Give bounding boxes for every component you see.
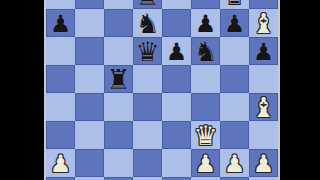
piece-white-pawn[interactable]: ♟: [224, 150, 246, 178]
piece-black-king[interactable]: ♚: [222, 0, 246, 10]
chess-board-frame: ♜♚♟♞♟♟♝♛♟♞♟♜♝♛♟♟♟♟: [44, 0, 280, 180]
square-e7[interactable]: [162, 9, 191, 37]
square-a7[interactable]: ♟: [46, 9, 75, 37]
piece-black-knight[interactable]: ♞: [193, 38, 217, 66]
pillarbox-left: [0, 0, 44, 180]
piece-black-pawn[interactable]: ♟: [253, 38, 275, 66]
square-e5[interactable]: [162, 65, 191, 93]
piece-black-rook[interactable]: ♜: [106, 66, 130, 94]
square-h6[interactable]: ♟: [249, 37, 278, 65]
square-d2[interactable]: [133, 149, 162, 177]
square-b2[interactable]: [75, 149, 104, 177]
square-g7[interactable]: ♟: [220, 9, 249, 37]
square-f7[interactable]: ♟: [191, 9, 220, 37]
square-b8[interactable]: [75, 0, 104, 9]
chess-board: ♜♚♟♞♟♟♝♛♟♞♟♜♝♛♟♟♟♟: [46, 0, 278, 180]
square-b3[interactable]: [75, 121, 104, 149]
square-f5[interactable]: [191, 65, 220, 93]
square-a3[interactable]: [46, 121, 75, 149]
square-e8[interactable]: [162, 0, 191, 9]
square-h2[interactable]: ♟: [249, 149, 278, 177]
square-c3[interactable]: [104, 121, 133, 149]
square-g5[interactable]: [220, 65, 249, 93]
square-b4[interactable]: [75, 93, 104, 121]
square-b1[interactable]: [75, 177, 104, 180]
square-g4[interactable]: [220, 93, 249, 121]
square-e3[interactable]: [162, 121, 191, 149]
square-c7[interactable]: [104, 9, 133, 37]
square-c2[interactable]: [104, 149, 133, 177]
square-g8[interactable]: ♚: [220, 0, 249, 9]
square-a6[interactable]: [46, 37, 75, 65]
square-f4[interactable]: [191, 93, 220, 121]
piece-black-pawn[interactable]: ♟: [50, 10, 72, 38]
square-f2[interactable]: ♟: [191, 149, 220, 177]
square-d5[interactable]: [133, 65, 162, 93]
square-c8[interactable]: [104, 0, 133, 9]
square-d6[interactable]: ♛: [133, 37, 162, 65]
piece-black-queen[interactable]: ♛: [135, 38, 159, 66]
square-f6[interactable]: ♞: [191, 37, 220, 65]
square-d1[interactable]: [133, 177, 162, 180]
square-d4[interactable]: [133, 93, 162, 121]
square-b5[interactable]: [75, 65, 104, 93]
square-c5[interactable]: ♜: [104, 65, 133, 93]
square-h3[interactable]: [249, 121, 278, 149]
square-h7[interactable]: ♝: [249, 9, 278, 37]
piece-white-bishop[interactable]: ♝: [251, 10, 275, 38]
piece-black-pawn[interactable]: ♟: [166, 38, 188, 66]
square-e4[interactable]: [162, 93, 191, 121]
square-a4[interactable]: [46, 93, 75, 121]
square-g6[interactable]: [220, 37, 249, 65]
piece-white-pawn[interactable]: ♟: [50, 150, 72, 178]
piece-black-pawn[interactable]: ♟: [224, 10, 246, 38]
square-a8[interactable]: [46, 0, 75, 9]
square-d3[interactable]: [133, 121, 162, 149]
square-a5[interactable]: [46, 65, 75, 93]
square-e1[interactable]: [162, 177, 191, 180]
square-h4[interactable]: ♝: [249, 93, 278, 121]
square-f8[interactable]: [191, 0, 220, 9]
video-frame: ♜♚♟♞♟♟♝♛♟♞♟♜♝♛♟♟♟♟: [0, 0, 320, 180]
square-c4[interactable]: [104, 93, 133, 121]
square-g3[interactable]: [220, 121, 249, 149]
square-e2[interactable]: [162, 149, 191, 177]
piece-black-pawn[interactable]: ♟: [195, 10, 217, 38]
square-c6[interactable]: [104, 37, 133, 65]
square-e6[interactable]: ♟: [162, 37, 191, 65]
piece-white-bishop[interactable]: ♝: [251, 94, 275, 122]
square-g2[interactable]: ♟: [220, 149, 249, 177]
piece-white-queen[interactable]: ♛: [193, 122, 217, 150]
square-b6[interactable]: [75, 37, 104, 65]
piece-white-pawn[interactable]: ♟: [253, 150, 275, 178]
square-b7[interactable]: [75, 9, 104, 37]
square-c1[interactable]: [104, 177, 133, 180]
square-d7[interactable]: ♞: [133, 9, 162, 37]
piece-black-knight[interactable]: ♞: [135, 10, 159, 38]
pillarbox-right: [280, 0, 320, 180]
square-f3[interactable]: ♛: [191, 121, 220, 149]
piece-white-pawn[interactable]: ♟: [195, 150, 217, 178]
square-a2[interactable]: ♟: [46, 149, 75, 177]
square-h5[interactable]: [249, 65, 278, 93]
